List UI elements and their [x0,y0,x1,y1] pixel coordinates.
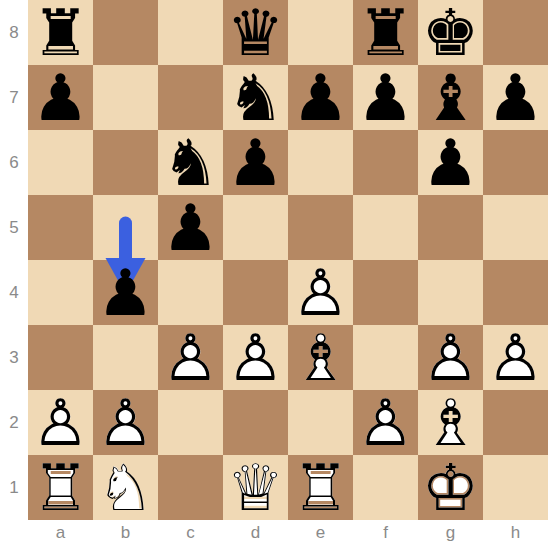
white-bishop[interactable]: ♝♗ [288,325,353,390]
piece-glyph: ♟ [288,65,353,130]
piece-outline-glyph: ♗ [288,325,353,390]
black-pawn[interactable]: ♟ [288,65,353,130]
piece-glyph: ♚ [418,0,483,65]
square-f1[interactable] [353,455,418,520]
square-a6[interactable] [28,130,93,195]
square-a5[interactable] [28,195,93,260]
square-b8[interactable] [93,0,158,65]
square-c2[interactable] [158,390,223,455]
black-queen[interactable]: ♛ [223,0,288,65]
square-c3[interactable]: ♟♙ [158,325,223,390]
piece-glyph: ♟ [483,65,548,130]
white-queen[interactable]: ♛♕ [223,455,288,520]
piece-outline-glyph: ♕ [223,455,288,520]
square-a1[interactable]: ♜♖ [28,455,93,520]
square-f7[interactable]: ♟ [353,65,418,130]
white-pawn[interactable]: ♟♙ [483,325,548,390]
square-a2[interactable]: ♟♙ [28,390,93,455]
square-d1[interactable]: ♛♕ [223,455,288,520]
square-g2[interactable]: ♝♗ [418,390,483,455]
white-pawn[interactable]: ♟♙ [288,260,353,325]
square-e3[interactable]: ♝♗ [288,325,353,390]
square-g4[interactable] [418,260,483,325]
square-c4[interactable] [158,260,223,325]
square-b2[interactable]: ♟♙ [93,390,158,455]
piece-glyph: ♟ [93,260,158,325]
square-h5[interactable] [483,195,548,260]
white-pawn[interactable]: ♟♙ [158,325,223,390]
piece-outline-glyph: ♙ [288,260,353,325]
square-h8[interactable] [483,0,548,65]
square-d4[interactable] [223,260,288,325]
piece-outline-glyph: ♔ [418,455,483,520]
piece-glyph: ♞ [158,130,223,195]
rank-labels: 87654321 [0,0,28,520]
file-label-h: h [483,520,548,546]
square-e5[interactable] [288,195,353,260]
square-b5[interactable] [93,195,158,260]
square-g3[interactable]: ♟♙ [418,325,483,390]
square-d8[interactable]: ♛ [223,0,288,65]
white-pawn[interactable]: ♟♙ [93,390,158,455]
chess-board: ♜♛♜♚♟♞♟♟♝♟♞♟♟♟♟♟♙♟♙♟♙♝♗♟♙♟♙♟♙♟♙♟♙♝♗♜♖♞♘♛… [28,0,548,520]
white-bishop[interactable]: ♝♗ [418,390,483,455]
square-b6[interactable] [93,130,158,195]
piece-glyph: ♝ [418,65,483,130]
square-b4[interactable]: ♟ [93,260,158,325]
square-f6[interactable] [353,130,418,195]
square-g8[interactable]: ♚ [418,0,483,65]
black-bishop[interactable]: ♝ [418,65,483,130]
square-f2[interactable]: ♟♙ [353,390,418,455]
black-pawn[interactable]: ♟ [483,65,548,130]
piece-outline-glyph: ♘ [93,455,158,520]
square-d3[interactable]: ♟♙ [223,325,288,390]
square-c5[interactable]: ♟ [158,195,223,260]
square-d6[interactable]: ♟ [223,130,288,195]
black-knight[interactable]: ♞ [223,65,288,130]
square-d7[interactable]: ♞ [223,65,288,130]
piece-glyph: ♞ [223,65,288,130]
square-a7[interactable]: ♟ [28,65,93,130]
square-d5[interactable] [223,195,288,260]
piece-outline-glyph: ♙ [223,325,288,390]
square-c8[interactable] [158,0,223,65]
square-e6[interactable] [288,130,353,195]
black-pawn[interactable]: ♟ [353,65,418,130]
square-e2[interactable] [288,390,353,455]
rank-label-7: 7 [0,65,28,130]
piece-outline-glyph: ♙ [158,325,223,390]
piece-outline-glyph: ♖ [288,455,353,520]
white-knight[interactable]: ♞♘ [93,455,158,520]
square-g5[interactable] [418,195,483,260]
piece-outline-glyph: ♙ [418,325,483,390]
white-rook[interactable]: ♜♖ [28,455,93,520]
square-d2[interactable] [223,390,288,455]
black-pawn[interactable]: ♟ [93,260,158,325]
black-pawn[interactable]: ♟ [223,130,288,195]
square-e1[interactable]: ♜♖ [288,455,353,520]
piece-glyph: ♟ [158,195,223,260]
piece-glyph: ♟ [418,130,483,195]
board-area: ♜♛♜♚♟♞♟♟♝♟♞♟♟♟♟♟♙♟♙♟♙♝♗♟♙♟♙♟♙♟♙♟♙♝♗♜♖♞♘♛… [28,0,548,520]
rank-label-4: 4 [0,260,28,325]
square-b1[interactable]: ♞♘ [93,455,158,520]
square-h3[interactable]: ♟♙ [483,325,548,390]
square-f4[interactable] [353,260,418,325]
file-label-f: f [353,520,418,546]
square-a8[interactable]: ♜ [28,0,93,65]
square-a3[interactable] [28,325,93,390]
rank-label-1: 1 [0,455,28,520]
square-h1[interactable] [483,455,548,520]
rank-label-2: 2 [0,390,28,455]
black-pawn[interactable]: ♟ [418,130,483,195]
square-h7[interactable]: ♟ [483,65,548,130]
square-h6[interactable] [483,130,548,195]
square-a4[interactable] [28,260,93,325]
black-pawn[interactable]: ♟ [158,195,223,260]
white-pawn[interactable]: ♟♙ [418,325,483,390]
piece-glyph: ♛ [223,0,288,65]
square-c1[interactable] [158,455,223,520]
white-king[interactable]: ♚♔ [418,455,483,520]
piece-glyph: ♟ [223,130,288,195]
piece-outline-glyph: ♗ [418,390,483,455]
square-f8[interactable]: ♜ [353,0,418,65]
black-pawn[interactable]: ♟ [28,65,93,130]
square-g1[interactable]: ♚♔ [418,455,483,520]
rank-label-8: 8 [0,0,28,65]
piece-outline-glyph: ♖ [28,455,93,520]
piece-glyph: ♜ [28,0,93,65]
white-pawn[interactable]: ♟♙ [353,390,418,455]
rank-label-5: 5 [0,195,28,260]
square-b3[interactable] [93,325,158,390]
square-h2[interactable] [483,390,548,455]
piece-outline-glyph: ♙ [28,390,93,455]
square-f5[interactable] [353,195,418,260]
black-rook[interactable]: ♜ [353,0,418,65]
black-rook[interactable]: ♜ [28,0,93,65]
square-f3[interactable] [353,325,418,390]
black-king[interactable]: ♚ [418,0,483,65]
piece-outline-glyph: ♙ [93,390,158,455]
square-g6[interactable]: ♟ [418,130,483,195]
square-h4[interactable] [483,260,548,325]
square-g7[interactable]: ♝ [418,65,483,130]
white-pawn[interactable]: ♟♙ [28,390,93,455]
square-e4[interactable]: ♟♙ [288,260,353,325]
rank-label-6: 6 [0,130,28,195]
piece-glyph: ♟ [353,65,418,130]
black-knight[interactable]: ♞ [158,130,223,195]
square-e7[interactable]: ♟ [288,65,353,130]
square-c7[interactable] [158,65,223,130]
piece-glyph: ♜ [353,0,418,65]
square-c6[interactable]: ♞ [158,130,223,195]
square-e8[interactable] [288,0,353,65]
square-b7[interactable] [93,65,158,130]
white-rook[interactable]: ♜♖ [288,455,353,520]
white-pawn[interactable]: ♟♙ [223,325,288,390]
piece-outline-glyph: ♙ [483,325,548,390]
piece-glyph: ♟ [28,65,93,130]
chess-board-page: 87654321 ♜♛♜♚♟♞♟♟♝♟♞♟♟♟♟♟♙♟♙♟♙♝♗♟♙♟♙♟♙♟♙… [0,0,548,546]
rank-label-3: 3 [0,325,28,390]
file-label-c: c [158,520,223,546]
piece-outline-glyph: ♙ [353,390,418,455]
